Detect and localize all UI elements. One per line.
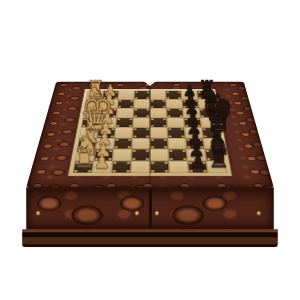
square-g5[interactable]	[150, 99, 166, 108]
square-a7[interactable]: ♟	[187, 161, 207, 173]
square-f5[interactable]	[150, 108, 167, 117]
square-a4[interactable]	[131, 161, 150, 173]
chess-box-scene: ♜♟♟♜♞♟♟♞♝♟♟♝♚♟♟♚♛♟♟♛♝♟♟♝♞♟♟♞♜♟♟♜	[0, 0, 300, 300]
square-h5[interactable]	[150, 91, 166, 99]
square-g6[interactable]	[166, 99, 183, 108]
square-d5[interactable]	[150, 127, 168, 137]
square-b6[interactable]	[168, 149, 187, 161]
brass-pin-icon	[135, 211, 139, 215]
square-e6[interactable]	[167, 118, 185, 128]
square-h4[interactable]	[134, 91, 150, 99]
photo-canvas: ♜♟♟♜♞♟♟♞♝♟♟♝♚♟♟♚♛♟♟♛♝♟♟♝♞♟♟♞♜♟♟♜	[0, 0, 300, 300]
square-e4[interactable]	[133, 118, 150, 128]
brass-pin-icon	[36, 211, 40, 215]
piece-black-rook[interactable]: ♜	[208, 146, 227, 171]
square-a3[interactable]	[111, 161, 131, 173]
piece-white-pawn[interactable]: ♟	[92, 152, 111, 171]
piece-black-pawn[interactable]: ♟	[188, 152, 207, 171]
square-b5[interactable]	[150, 149, 169, 161]
square-h6[interactable]	[166, 91, 182, 99]
square-a8[interactable]: ♜	[206, 161, 227, 173]
square-f3[interactable]	[116, 108, 133, 117]
square-g3[interactable]	[117, 99, 134, 108]
square-c4[interactable]	[132, 138, 150, 149]
square-g4[interactable]	[134, 99, 150, 108]
square-c6[interactable]	[168, 138, 187, 149]
square-c5[interactable]	[150, 138, 168, 149]
square-a6[interactable]	[169, 161, 189, 173]
square-e3[interactable]	[116, 118, 134, 128]
hinge-notch	[144, 81, 156, 85]
box-base-molding	[22, 229, 278, 247]
square-b4[interactable]	[131, 149, 150, 161]
square-e5[interactable]	[150, 118, 167, 128]
box-top-frame: ♜♟♟♜♞♟♟♞♝♟♟♝♚♟♟♚♛♟♟♛♝♟♟♝♞♟♟♞♜♟♟♜	[26, 82, 274, 188]
brass-pin-icon	[155, 211, 159, 215]
square-b3[interactable]	[113, 149, 132, 161]
brass-pin-icon	[257, 211, 261, 215]
square-a1[interactable]: ♜	[73, 161, 94, 173]
fold-seam-front	[149, 189, 152, 229]
carved-front-panel	[26, 187, 274, 229]
square-d4[interactable]	[132, 127, 150, 137]
square-a2[interactable]: ♟	[92, 161, 112, 173]
square-d6[interactable]	[167, 127, 185, 137]
square-f6[interactable]	[166, 108, 183, 117]
square-h3[interactable]	[118, 91, 134, 99]
square-c3[interactable]	[114, 138, 133, 149]
piece-white-rook[interactable]: ♜	[73, 146, 92, 171]
square-f4[interactable]	[133, 108, 150, 117]
square-d3[interactable]	[115, 127, 133, 137]
square-a5[interactable]	[150, 161, 169, 173]
